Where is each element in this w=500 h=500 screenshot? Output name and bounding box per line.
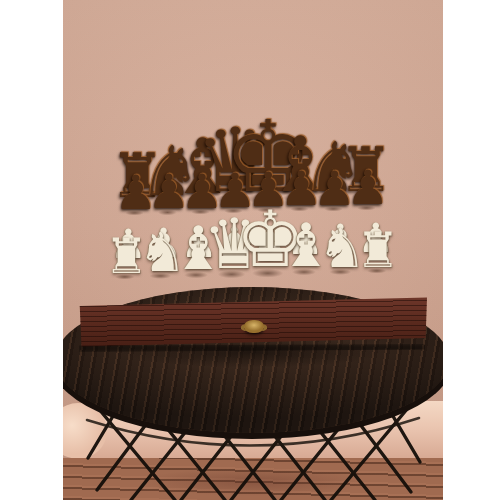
pieces-layer: ♜♞♝♛♚♝♞♜♟♟♟♟♟♟♟♟♟♟♟♟♟♟♟♟♜♞♝♛♚♝♞♜: [63, 0, 443, 500]
piece-white-rook-a7: ♜: [356, 226, 399, 274]
photo-canvas: ♜♜1122334455667788♜HGFEDCBA♜ ♜♞♝♛♚♝♞♜♟♟♟…: [0, 0, 500, 500]
piece-dark-pawn-h2: ♟: [114, 169, 156, 216]
product-photo: ♜♜1122334455667788♜HGFEDCBA♜ ♜♞♝♛♚♝♞♜♟♟♟…: [63, 0, 443, 500]
